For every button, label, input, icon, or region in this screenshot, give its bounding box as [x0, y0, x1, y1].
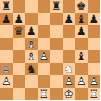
- square-e4[interactable]: [50, 50, 63, 63]
- white-pawn-outline-icon: ♙: [63, 75, 76, 88]
- square-g8[interactable]: ♚: [75, 0, 88, 13]
- square-h8[interactable]: [88, 0, 101, 13]
- square-e7[interactable]: [50, 13, 63, 26]
- square-a5[interactable]: [0, 38, 13, 51]
- white-pawn-outline-icon: ♙: [0, 75, 13, 88]
- square-f1[interactable]: ♚♔: [63, 88, 76, 101]
- square-c3[interactable]: ♞: [25, 63, 38, 76]
- square-d6[interactable]: [38, 25, 51, 38]
- black-bishop-icon: ♝: [75, 50, 88, 63]
- square-b1[interactable]: [13, 88, 26, 101]
- piece-white-pawn[interactable]: ♟♙: [88, 75, 101, 88]
- piece-white-rook[interactable]: ♜♖: [38, 88, 51, 101]
- square-g4[interactable]: ♝: [75, 50, 88, 63]
- square-f2[interactable]: ♟♙: [63, 75, 76, 88]
- square-a1[interactable]: [0, 88, 13, 101]
- square-d3[interactable]: [38, 63, 51, 76]
- black-pawn-icon: ♟: [88, 13, 101, 26]
- square-f7[interactable]: ♟: [63, 13, 76, 26]
- square-d4[interactable]: ♟♙: [38, 50, 51, 63]
- piece-white-pawn[interactable]: ♟♙: [38, 50, 51, 63]
- square-b8[interactable]: [13, 0, 26, 13]
- piece-white-bishop[interactable]: ♝♗: [25, 50, 38, 63]
- square-b2[interactable]: [13, 75, 26, 88]
- square-b6[interactable]: ♛: [13, 25, 26, 38]
- piece-white-king[interactable]: ♚♔: [63, 88, 76, 101]
- white-pawn-outline-icon: ♙: [88, 75, 101, 88]
- square-e6[interactable]: [50, 25, 63, 38]
- black-knight-icon: ♞: [25, 63, 38, 76]
- white-rook-outline-icon: ♖: [38, 88, 51, 101]
- black-pawn-icon: ♟: [0, 13, 13, 26]
- square-a7[interactable]: ♟: [0, 13, 13, 26]
- square-b4[interactable]: [13, 50, 26, 63]
- piece-black-rook[interactable]: ♜: [50, 0, 63, 13]
- square-h4[interactable]: [88, 50, 101, 63]
- square-h6[interactable]: [88, 25, 101, 38]
- black-queen-icon: ♛: [13, 25, 26, 38]
- white-king-outline-icon: ♔: [63, 88, 76, 101]
- square-g6[interactable]: ♟: [75, 25, 88, 38]
- black-pawn-icon: ♟: [63, 13, 76, 26]
- square-c2[interactable]: [25, 75, 38, 88]
- piece-white-pawn[interactable]: ♟♙: [0, 75, 13, 88]
- piece-black-pawn[interactable]: ♟: [88, 13, 101, 26]
- piece-black-pawn[interactable]: ♟: [0, 13, 13, 26]
- square-c4[interactable]: ♝♗: [25, 50, 38, 63]
- square-c6[interactable]: ♟: [25, 25, 38, 38]
- square-e3[interactable]: [50, 63, 63, 76]
- white-pawn-outline-icon: ♙: [38, 50, 51, 63]
- piece-black-bishop[interactable]: ♝: [75, 50, 88, 63]
- black-rook-icon: ♜: [0, 0, 13, 13]
- piece-black-rook[interactable]: ♜: [0, 0, 13, 13]
- square-a8[interactable]: ♜: [0, 0, 13, 13]
- square-a6[interactable]: [0, 25, 13, 38]
- square-b3[interactable]: [13, 63, 26, 76]
- chess-board: ♜♜♚♟♟♟♝♟♛♟♟♝♗♝♗♟♙♝♛♕♞♞♘♟♙♟♙♟♙♟♙♜♖♚♔♜♖: [0, 0, 100, 100]
- square-e5[interactable]: [50, 38, 63, 51]
- black-pawn-icon: ♟: [25, 25, 38, 38]
- black-king-icon: ♚: [75, 0, 88, 13]
- square-c8[interactable]: [25, 0, 38, 13]
- white-pawn-outline-icon: ♙: [75, 75, 88, 88]
- square-a2[interactable]: ♟♙: [0, 75, 13, 88]
- piece-black-pawn[interactable]: ♟: [25, 25, 38, 38]
- black-pawn-icon: ♟: [75, 25, 88, 38]
- black-rook-icon: ♜: [50, 0, 63, 13]
- white-bishop-outline-icon: ♗: [25, 50, 38, 63]
- piece-white-rook[interactable]: ♜♖: [88, 88, 101, 101]
- square-d1[interactable]: ♜♖: [38, 88, 51, 101]
- piece-white-pawn[interactable]: ♟♙: [75, 75, 88, 88]
- square-e8[interactable]: ♜: [50, 0, 63, 13]
- square-h1[interactable]: ♜♖: [88, 88, 101, 101]
- square-e1[interactable]: [50, 88, 63, 101]
- piece-white-pawn[interactable]: ♟♙: [63, 75, 76, 88]
- white-rook-outline-icon: ♖: [88, 88, 101, 101]
- square-g1[interactable]: [75, 88, 88, 101]
- square-g2[interactable]: ♟♙: [75, 75, 88, 88]
- square-a4[interactable]: [0, 50, 13, 63]
- piece-black-pawn[interactable]: ♟: [75, 25, 88, 38]
- square-d2[interactable]: [38, 75, 51, 88]
- square-f6[interactable]: [63, 25, 76, 38]
- square-d7[interactable]: [38, 13, 51, 26]
- square-d8[interactable]: [38, 0, 51, 13]
- square-h5[interactable]: [88, 38, 101, 51]
- piece-black-queen[interactable]: ♛: [13, 25, 26, 38]
- square-b5[interactable]: [13, 38, 26, 51]
- square-h2[interactable]: ♟♙: [88, 75, 101, 88]
- piece-black-king[interactable]: ♚: [75, 0, 88, 13]
- piece-black-pawn[interactable]: ♟: [63, 13, 76, 26]
- square-f8[interactable]: [63, 0, 76, 13]
- square-e2[interactable]: [50, 75, 63, 88]
- piece-black-knight[interactable]: ♞: [25, 63, 38, 76]
- square-f4[interactable]: [63, 50, 76, 63]
- square-f5[interactable]: [63, 38, 76, 51]
- square-c1[interactable]: [25, 88, 38, 101]
- square-h7[interactable]: ♟: [88, 13, 101, 26]
